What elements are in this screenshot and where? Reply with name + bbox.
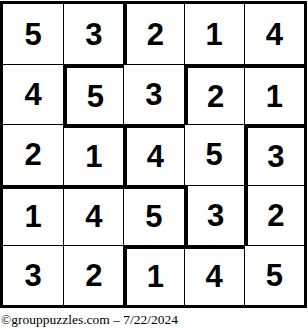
cell-r2c3: 3 — [123, 64, 183, 124]
cell-r5c3: 1 — [123, 245, 183, 305]
cell-r2c2: 5 — [63, 64, 123, 124]
cell-r1c2: 3 — [63, 4, 123, 64]
cell-r3c3: 4 — [123, 124, 183, 184]
cell-r4c2: 4 — [63, 185, 123, 245]
cell-r4c5: 2 — [244, 185, 304, 245]
cell-r4c1: 1 — [3, 185, 63, 245]
cell-r2c5: 1 — [244, 64, 304, 124]
cell-r4c3: 5 — [123, 185, 183, 245]
cell-r5c2: 2 — [63, 245, 123, 305]
cell-r5c5: 5 — [244, 245, 304, 305]
cell-r5c4: 4 — [184, 245, 244, 305]
cell-r1c5: 4 — [244, 4, 304, 64]
sudoku-board: 5321445321214531453232145 — [0, 1, 307, 308]
cell-r1c1: 5 — [3, 4, 63, 64]
cell-r5c1: 3 — [3, 245, 63, 305]
cell-r1c4: 1 — [184, 4, 244, 64]
cell-r1c3: 2 — [123, 4, 183, 64]
cell-r3c2: 1 — [63, 124, 123, 184]
cell-r2c1: 4 — [3, 64, 63, 124]
cell-r3c1: 2 — [3, 124, 63, 184]
cell-r2c4: 2 — [184, 64, 244, 124]
cell-r3c5: 3 — [244, 124, 304, 184]
cell-r3c4: 5 — [184, 124, 244, 184]
cell-r4c4: 3 — [184, 185, 244, 245]
copyright-text: ©grouppuzzles.com – 7/22/2024 — [1, 312, 308, 328]
